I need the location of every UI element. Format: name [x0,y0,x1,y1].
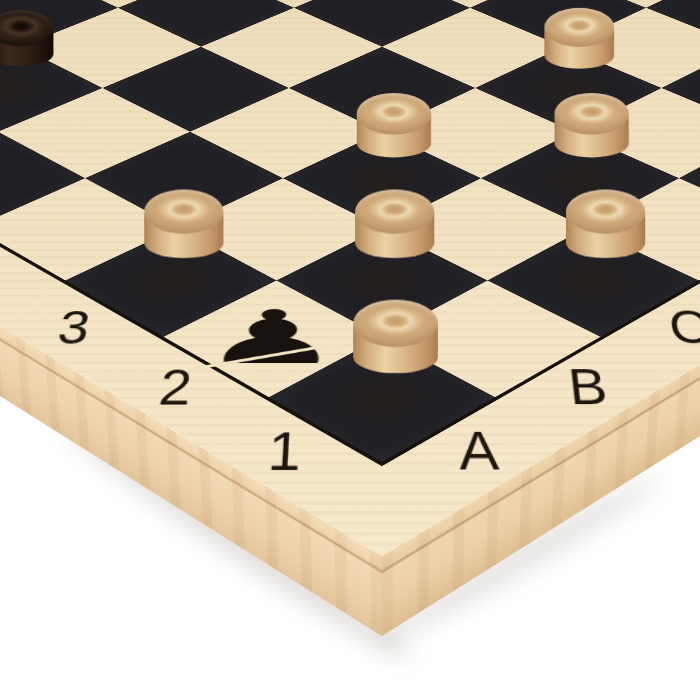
checker-sprite [0,10,53,66]
pawn-glyph: ♟ [198,295,343,381]
game-board: ABCDEFGH12345678♟ [0,0,700,556]
checker-sprite [353,300,438,374]
checker-top [544,8,614,47]
board-photo: ABCDEFGH12345678♟ [0,0,700,700]
checker-top [566,189,645,233]
scene: ABCDEFGH12345678♟ [0,0,700,700]
file-label-b: B [528,339,651,437]
checker-sprite [555,93,629,157]
checker-sprite [144,189,223,258]
checker-sprite [355,189,434,258]
checker-sprite [566,189,645,258]
checker-sprite [357,93,431,157]
checker-top [555,93,629,135]
checker-top [355,189,434,233]
checker-top [144,189,223,233]
checker-sprite [544,8,614,69]
checker-top [353,300,438,347]
checker-top [357,93,431,135]
